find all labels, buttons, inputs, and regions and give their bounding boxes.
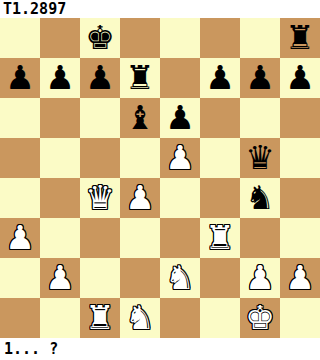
- square-a6[interactable]: [0, 98, 40, 138]
- square-h6[interactable]: [280, 98, 320, 138]
- square-f1[interactable]: [200, 298, 240, 338]
- square-b5[interactable]: [40, 138, 80, 178]
- square-f4[interactable]: [200, 178, 240, 218]
- white-rook-piece[interactable]: ♜: [200, 218, 240, 258]
- square-g3[interactable]: [240, 218, 280, 258]
- black-pawn-piece[interactable]: ♟: [160, 98, 200, 138]
- square-d6[interactable]: ♝: [120, 98, 160, 138]
- black-bishop-piece[interactable]: ♝: [120, 98, 160, 138]
- square-g8[interactable]: [240, 18, 280, 58]
- square-b2[interactable]: ♟: [40, 258, 80, 298]
- square-a1[interactable]: [0, 298, 40, 338]
- white-knight-piece[interactable]: ♞: [120, 298, 160, 338]
- black-pawn-piece[interactable]: ♟: [240, 58, 280, 98]
- square-f7[interactable]: ♟: [200, 58, 240, 98]
- square-b6[interactable]: [40, 98, 80, 138]
- puzzle-id: T1.2897: [0, 0, 66, 18]
- square-c3[interactable]: [80, 218, 120, 258]
- square-a2[interactable]: [0, 258, 40, 298]
- square-b7[interactable]: ♟: [40, 58, 80, 98]
- square-g5[interactable]: ♛: [240, 138, 280, 178]
- white-knight-piece[interactable]: ♞: [160, 258, 200, 298]
- square-h5[interactable]: [280, 138, 320, 178]
- square-b8[interactable]: [40, 18, 80, 58]
- square-c4[interactable]: ♛: [80, 178, 120, 218]
- square-g6[interactable]: [240, 98, 280, 138]
- square-e3[interactable]: [160, 218, 200, 258]
- black-pawn-piece[interactable]: ♟: [200, 58, 240, 98]
- square-c8[interactable]: ♚: [80, 18, 120, 58]
- square-e5[interactable]: ♟: [160, 138, 200, 178]
- chess-board: ♚♜♟♟♟♜♟♟♟♝♟♟♛♛♟♞♟♜♟♞♟♟♜♞♚: [0, 18, 320, 338]
- white-pawn-piece[interactable]: ♟: [40, 258, 80, 298]
- black-knight-piece[interactable]: ♞: [240, 178, 280, 218]
- square-h3[interactable]: [280, 218, 320, 258]
- status-bar: 1... ?: [0, 338, 320, 360]
- square-e4[interactable]: [160, 178, 200, 218]
- square-f8[interactable]: [200, 18, 240, 58]
- square-a5[interactable]: [0, 138, 40, 178]
- square-f3[interactable]: ♜: [200, 218, 240, 258]
- square-g2[interactable]: ♟: [240, 258, 280, 298]
- square-a4[interactable]: [0, 178, 40, 218]
- white-pawn-piece[interactable]: ♟: [120, 178, 160, 218]
- square-h2[interactable]: ♟: [280, 258, 320, 298]
- square-h8[interactable]: ♜: [280, 18, 320, 58]
- black-pawn-piece[interactable]: ♟: [0, 58, 40, 98]
- square-a8[interactable]: [0, 18, 40, 58]
- square-e1[interactable]: [160, 298, 200, 338]
- square-c6[interactable]: [80, 98, 120, 138]
- square-e8[interactable]: [160, 18, 200, 58]
- square-g7[interactable]: ♟: [240, 58, 280, 98]
- square-d7[interactable]: ♜: [120, 58, 160, 98]
- square-d1[interactable]: ♞: [120, 298, 160, 338]
- square-e2[interactable]: ♞: [160, 258, 200, 298]
- black-rook-piece[interactable]: ♜: [280, 18, 320, 58]
- black-pawn-piece[interactable]: ♟: [80, 58, 120, 98]
- square-h1[interactable]: [280, 298, 320, 338]
- square-d2[interactable]: [120, 258, 160, 298]
- black-pawn-piece[interactable]: ♟: [280, 58, 320, 98]
- black-queen-piece[interactable]: ♛: [240, 138, 280, 178]
- black-pawn-piece[interactable]: ♟: [40, 58, 80, 98]
- square-c2[interactable]: [80, 258, 120, 298]
- square-a3[interactable]: ♟: [0, 218, 40, 258]
- square-f6[interactable]: [200, 98, 240, 138]
- square-b3[interactable]: [40, 218, 80, 258]
- white-king-piece[interactable]: ♚: [240, 298, 280, 338]
- square-f2[interactable]: [200, 258, 240, 298]
- white-queen-piece[interactable]: ♛: [80, 178, 120, 218]
- square-b1[interactable]: [40, 298, 80, 338]
- white-rook-piece[interactable]: ♜: [80, 298, 120, 338]
- title-bar: T1.2897: [0, 0, 320, 18]
- square-d3[interactable]: [120, 218, 160, 258]
- square-f5[interactable]: [200, 138, 240, 178]
- square-b4[interactable]: [40, 178, 80, 218]
- square-e7[interactable]: [160, 58, 200, 98]
- square-d8[interactable]: [120, 18, 160, 58]
- black-king-piece[interactable]: ♚: [80, 18, 120, 58]
- square-d4[interactable]: ♟: [120, 178, 160, 218]
- move-prompt: 1... ?: [0, 338, 58, 360]
- white-pawn-piece[interactable]: ♟: [160, 138, 200, 178]
- square-e6[interactable]: ♟: [160, 98, 200, 138]
- square-h4[interactable]: [280, 178, 320, 218]
- white-pawn-piece[interactable]: ♟: [280, 258, 320, 298]
- square-g4[interactable]: ♞: [240, 178, 280, 218]
- square-h7[interactable]: ♟: [280, 58, 320, 98]
- square-c5[interactable]: [80, 138, 120, 178]
- black-rook-piece[interactable]: ♜: [120, 58, 160, 98]
- square-d5[interactable]: [120, 138, 160, 178]
- square-a7[interactable]: ♟: [0, 58, 40, 98]
- square-c1[interactable]: ♜: [80, 298, 120, 338]
- square-g1[interactable]: ♚: [240, 298, 280, 338]
- white-pawn-piece[interactable]: ♟: [240, 258, 280, 298]
- white-pawn-piece[interactable]: ♟: [0, 218, 40, 258]
- square-c7[interactable]: ♟: [80, 58, 120, 98]
